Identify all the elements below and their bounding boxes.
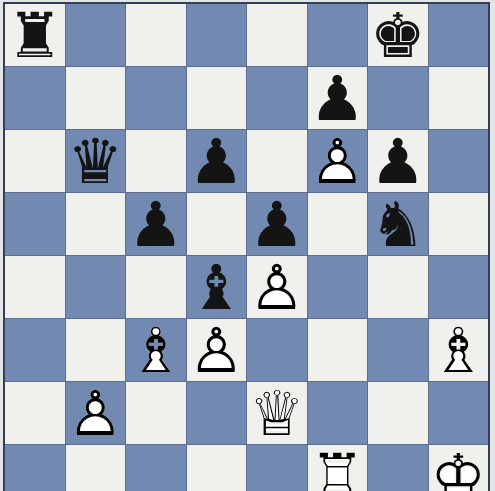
square-f8[interactable] xyxy=(308,4,368,66)
square-h2[interactable] xyxy=(429,382,489,444)
piece-black-rook[interactable]: ♜ xyxy=(7,5,63,67)
piece-white-pawn[interactable]: ♟♙ xyxy=(249,257,305,319)
square-b2[interactable]: ♟♙ xyxy=(66,382,126,444)
square-e4[interactable]: ♟♙ xyxy=(247,256,307,318)
square-h7[interactable] xyxy=(429,67,489,129)
square-d5[interactable] xyxy=(187,193,247,255)
square-f5[interactable] xyxy=(308,193,368,255)
square-c4[interactable] xyxy=(126,256,186,318)
square-a2[interactable] xyxy=(5,382,65,444)
square-f4[interactable] xyxy=(308,256,368,318)
square-b1[interactable] xyxy=(66,445,126,491)
square-h3[interactable]: ♝♗ xyxy=(429,319,489,381)
square-f2[interactable] xyxy=(308,382,368,444)
square-e7[interactable] xyxy=(247,67,307,129)
piece-black-pawn[interactable]: ♟ xyxy=(249,194,305,256)
chess-board: ♜♚♟♛♟♟♙♟♟♟♞♝♟♙♝♗♟♙♝♗♟♙♛♕♜♖♚♔ xyxy=(5,4,488,491)
square-b8[interactable] xyxy=(66,4,126,66)
piece-black-pawn[interactable]: ♟ xyxy=(128,194,184,256)
square-a3[interactable] xyxy=(5,319,65,381)
square-b7[interactable] xyxy=(66,67,126,129)
square-b5[interactable] xyxy=(66,193,126,255)
square-e3[interactable] xyxy=(247,319,307,381)
piece-white-rook[interactable]: ♜♖ xyxy=(309,446,365,491)
piece-white-bishop[interactable]: ♝♗ xyxy=(128,320,184,382)
square-b3[interactable] xyxy=(66,319,126,381)
square-a8[interactable]: ♜ xyxy=(5,4,65,66)
square-c1[interactable] xyxy=(126,445,186,491)
board-border: ♜♚♟♛♟♟♙♟♟♟♞♝♟♙♝♗♟♙♝♗♟♙♛♕♜♖♚♔ xyxy=(3,2,490,491)
square-d4[interactable]: ♝ xyxy=(187,256,247,318)
white-king-outline: ♔ xyxy=(430,440,486,491)
white-pawn-outline: ♙ xyxy=(188,314,244,387)
piece-black-pawn[interactable]: ♟ xyxy=(370,131,426,193)
square-g1[interactable] xyxy=(368,445,428,491)
square-f7[interactable]: ♟ xyxy=(308,67,368,129)
square-b4[interactable] xyxy=(66,256,126,318)
white-queen-outline: ♕ xyxy=(249,377,305,450)
square-c3[interactable]: ♝♗ xyxy=(126,319,186,381)
chessboard-frame: ♜♚♟♛♟♟♙♟♟♟♞♝♟♙♝♗♟♙♝♗♟♙♛♕♜♖♚♔ xyxy=(0,0,495,491)
square-h5[interactable] xyxy=(429,193,489,255)
white-pawn-outline: ♙ xyxy=(67,377,123,450)
white-rook-outline: ♖ xyxy=(309,440,365,491)
square-f3[interactable] xyxy=(308,319,368,381)
square-c8[interactable] xyxy=(126,4,186,66)
piece-black-bishop[interactable]: ♝ xyxy=(188,257,244,319)
square-a5[interactable] xyxy=(5,193,65,255)
square-d1[interactable] xyxy=(187,445,247,491)
piece-white-queen[interactable]: ♛♕ xyxy=(249,383,305,445)
piece-black-pawn[interactable]: ♟ xyxy=(309,68,365,130)
square-f6[interactable]: ♟♙ xyxy=(308,130,368,192)
square-h8[interactable] xyxy=(429,4,489,66)
piece-black-queen[interactable]: ♛ xyxy=(67,131,123,193)
square-e5[interactable]: ♟ xyxy=(247,193,307,255)
square-g5[interactable]: ♞ xyxy=(368,193,428,255)
white-bishop-outline: ♗ xyxy=(430,314,486,387)
square-d6[interactable]: ♟ xyxy=(187,130,247,192)
square-d7[interactable] xyxy=(187,67,247,129)
square-a7[interactable] xyxy=(5,67,65,129)
square-c2[interactable] xyxy=(126,382,186,444)
square-d3[interactable]: ♟♙ xyxy=(187,319,247,381)
square-c7[interactable] xyxy=(126,67,186,129)
square-d8[interactable] xyxy=(187,4,247,66)
piece-white-pawn[interactable]: ♟♙ xyxy=(67,383,123,445)
square-c5[interactable]: ♟ xyxy=(126,193,186,255)
square-g6[interactable]: ♟ xyxy=(368,130,428,192)
square-g7[interactable] xyxy=(368,67,428,129)
square-a6[interactable] xyxy=(5,130,65,192)
square-b6[interactable]: ♛ xyxy=(66,130,126,192)
square-h6[interactable] xyxy=(429,130,489,192)
square-c6[interactable] xyxy=(126,130,186,192)
piece-black-pawn[interactable]: ♟ xyxy=(188,131,244,193)
square-e6[interactable] xyxy=(247,130,307,192)
square-g3[interactable] xyxy=(368,319,428,381)
piece-black-knight[interactable]: ♞ xyxy=(370,194,426,256)
piece-white-pawn[interactable]: ♟♙ xyxy=(188,320,244,382)
square-e8[interactable] xyxy=(247,4,307,66)
piece-white-pawn[interactable]: ♟♙ xyxy=(309,131,365,193)
square-g8[interactable]: ♚ xyxy=(368,4,428,66)
square-a1[interactable] xyxy=(5,445,65,491)
piece-white-bishop[interactable]: ♝♗ xyxy=(430,320,486,382)
square-g4[interactable] xyxy=(368,256,428,318)
white-pawn-outline: ♙ xyxy=(309,125,365,198)
square-g2[interactable] xyxy=(368,382,428,444)
square-h4[interactable] xyxy=(429,256,489,318)
square-a4[interactable] xyxy=(5,256,65,318)
piece-black-king[interactable]: ♚ xyxy=(370,5,426,67)
square-d2[interactable] xyxy=(187,382,247,444)
square-e2[interactable]: ♛♕ xyxy=(247,382,307,444)
white-pawn-outline: ♙ xyxy=(249,251,305,324)
square-h1[interactable]: ♚♔ xyxy=(429,445,489,491)
piece-white-king[interactable]: ♚♔ xyxy=(430,446,486,491)
square-f1[interactable]: ♜♖ xyxy=(308,445,368,491)
white-bishop-outline: ♗ xyxy=(128,314,184,387)
square-e1[interactable] xyxy=(247,445,307,491)
